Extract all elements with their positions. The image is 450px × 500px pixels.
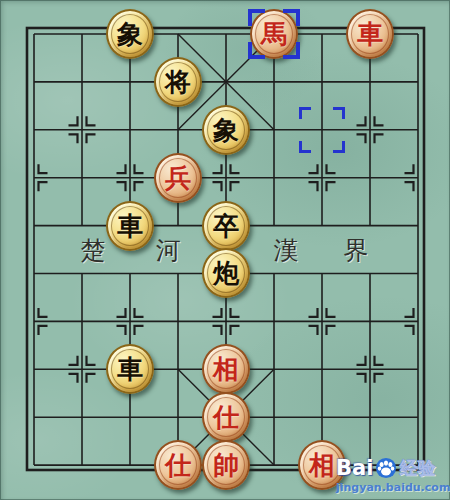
piece-red-soldier[interactable]: 兵 — [154, 153, 202, 203]
river-label-1: 河 — [156, 234, 181, 267]
board-point-f7r0[interactable]: 車 — [346, 10, 394, 58]
board-point-f3r9[interactable]: 仕 — [154, 441, 202, 489]
baidu-paw-icon — [375, 457, 397, 479]
piece-glyph: 仕 — [165, 452, 191, 478]
piece-glyph: 仕 — [213, 404, 239, 430]
bracket-corner-tl — [299, 107, 311, 119]
piece-black-soldier[interactable]: 卒 — [202, 201, 250, 251]
board-grid: 象馬車将象兵車卒炮車相仕仕帥相 — [10, 10, 442, 489]
bracket-corner-br — [333, 141, 345, 153]
piece-red-elephant-1[interactable]: 相 — [202, 344, 250, 394]
watermark-url: jingyan.baidu.com — [336, 481, 448, 494]
piece-black-cannon[interactable]: 炮 — [202, 248, 250, 298]
board-point-f4r2[interactable]: 象 — [202, 106, 250, 154]
piece-red-advisor-1[interactable]: 仕 — [202, 392, 250, 442]
piece-black-elephant-1[interactable]: 象 — [106, 9, 154, 59]
board-point-f3r3[interactable]: 兵 — [154, 154, 202, 202]
river-label-0: 楚 — [81, 234, 106, 267]
piece-glyph: 象 — [117, 21, 143, 47]
piece-red-chariot[interactable]: 車 — [346, 9, 394, 59]
piece-glyph: 車 — [357, 21, 383, 47]
river-label-3: 界 — [344, 234, 369, 267]
piece-glyph: 車 — [117, 356, 143, 382]
board-point-f4r9[interactable]: 帥 — [202, 441, 250, 489]
board-point-f4r8[interactable]: 仕 — [202, 393, 250, 441]
piece-glyph: 卒 — [213, 213, 239, 239]
river-label-2: 漢 — [274, 234, 299, 267]
piece-red-horse[interactable]: 馬 — [250, 9, 298, 59]
piece-black-chariot-2[interactable]: 車 — [106, 344, 154, 394]
board-point-f5r0[interactable]: 馬 — [250, 10, 298, 58]
piece-black-chariot-1[interactable]: 車 — [106, 201, 154, 251]
marked-empty-point-f6r2[interactable] — [298, 106, 346, 154]
piece-glyph: 馬 — [261, 21, 287, 47]
piece-glyph: 相 — [213, 356, 239, 382]
piece-glyph: 象 — [213, 117, 239, 143]
watermark-jingyan-text: 经验 — [399, 456, 435, 480]
board-point-f4r4[interactable]: 卒 — [202, 202, 250, 250]
bracket-corner-tr — [333, 107, 345, 119]
piece-glyph: 将 — [165, 69, 191, 95]
piece-glyph: 兵 — [165, 165, 191, 191]
board-point-f2r4[interactable]: 車 — [106, 202, 154, 250]
baidu-watermark: Bai 经验 jingyan.baidu.com — [336, 456, 448, 494]
board-point-f4r5[interactable]: 炮 — [202, 249, 250, 297]
watermark-bai-text: Bai — [336, 456, 373, 480]
board-point-f4r7[interactable]: 相 — [202, 345, 250, 393]
target-point-brackets — [299, 107, 345, 153]
board-point-f3r1[interactable]: 将 — [154, 58, 202, 106]
bracket-corner-bl — [299, 141, 311, 153]
board-point-f2r7[interactable]: 車 — [106, 345, 154, 393]
piece-red-general[interactable]: 帥 — [202, 440, 250, 490]
piece-glyph: 相 — [309, 452, 335, 478]
piece-black-general[interactable]: 将 — [154, 57, 202, 107]
piece-glyph: 帥 — [213, 452, 239, 478]
watermark-brand: Bai 经验 — [336, 456, 448, 480]
piece-red-advisor-2[interactable]: 仕 — [154, 440, 202, 490]
piece-glyph: 炮 — [213, 260, 239, 286]
piece-glyph: 車 — [117, 213, 143, 239]
board-point-f2r0[interactable]: 象 — [106, 10, 154, 58]
piece-black-elephant-2[interactable]: 象 — [202, 105, 250, 155]
xiangqi-game-screen: 象馬車将象兵車卒炮車相仕仕帥相 楚河漢界 Bai 经验 jingyan.baid… — [0, 0, 450, 500]
